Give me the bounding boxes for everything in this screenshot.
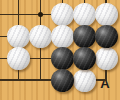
white-stone xyxy=(73,69,96,92)
black-stone xyxy=(51,69,74,92)
black-stone xyxy=(73,25,96,48)
white-stone xyxy=(95,3,118,26)
white-stone xyxy=(51,3,74,26)
white-stone xyxy=(7,47,30,70)
white-stone xyxy=(29,25,52,48)
go-board-thumbnail[interactable]: A xyxy=(0,0,120,100)
white-stone xyxy=(51,25,74,48)
white-stone xyxy=(7,25,30,48)
hoshi-point xyxy=(38,12,43,17)
white-stone xyxy=(95,47,118,70)
white-stone xyxy=(73,3,96,26)
black-stone xyxy=(95,25,118,48)
black-stone xyxy=(51,47,74,70)
black-stone xyxy=(73,47,96,70)
